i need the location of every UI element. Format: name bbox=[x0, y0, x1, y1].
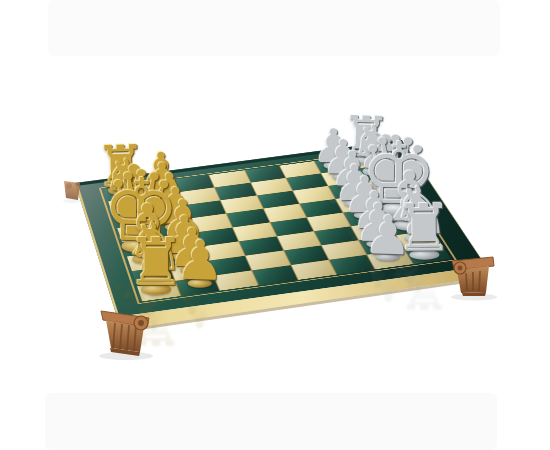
pieces-layer: ♜♜♞♞♝♝♛♛♚♚♝♝♞♞♜♜♟♟♟♟♟♟♟♟♟♟♟♟♟♟♟♟♟♟♟♟♟♟♟♟… bbox=[0, 0, 550, 450]
chess-set-photo: ♜♜♞♞♝♝♛♛♚♚♝♝♞♞♜♜♟♟♟♟♟♟♟♟♟♟♟♟♟♟♟♟♟♟♟♟♟♟♟♟… bbox=[0, 0, 550, 450]
piece-silver-pawn-h7[interactable]: ♟ bbox=[364, 208, 413, 263]
piece-gold-rook-h1[interactable]: ♜ bbox=[127, 229, 186, 295]
